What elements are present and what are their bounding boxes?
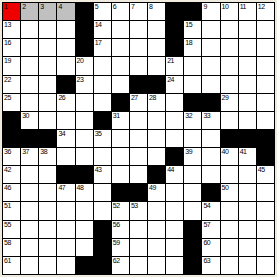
clue-number: 5: [95, 3, 98, 11]
grid-cell[interactable]: [76, 202, 93, 219]
clue-number: 6: [113, 3, 116, 11]
grid-cell[interactable]: 56: [112, 221, 129, 238]
black-cell: [166, 39, 183, 56]
grid-cell[interactable]: [257, 184, 274, 201]
grid-cell[interactable]: [57, 239, 74, 256]
grid-cell[interactable]: [166, 112, 183, 129]
clue-number: 42: [4, 166, 11, 174]
clue-number: 17: [95, 39, 102, 47]
grid-cell[interactable]: [239, 166, 256, 183]
grid-cell[interactable]: 6: [112, 3, 129, 20]
black-cell: [94, 112, 111, 129]
grid-cell[interactable]: [21, 39, 38, 56]
black-cell: [57, 166, 74, 183]
grid-cell[interactable]: [21, 184, 38, 201]
black-cell: [57, 76, 74, 93]
black-cell: [39, 130, 56, 147]
clue-number: 47: [58, 184, 65, 192]
clue-number: 29: [222, 94, 229, 102]
grid-cell[interactable]: [166, 130, 183, 147]
grid-cell[interactable]: [166, 184, 183, 201]
clue-number: 21: [167, 57, 174, 65]
grid-cell[interactable]: [130, 39, 147, 56]
black-cell: [184, 257, 201, 274]
grid-cell[interactable]: 7: [130, 3, 147, 20]
grid-cell[interactable]: 49: [148, 184, 165, 201]
grid-cell[interactable]: 40: [221, 148, 238, 165]
black-cell: [184, 3, 201, 20]
grid-cell[interactable]: [21, 94, 38, 111]
clue-number: 41: [240, 148, 247, 156]
grid-cell[interactable]: 36: [3, 148, 20, 165]
clue-number: 34: [58, 130, 65, 138]
clue-number: 31: [113, 112, 120, 120]
clue-number: 56: [113, 221, 120, 229]
black-cell: [3, 130, 20, 147]
grid-cell[interactable]: [148, 112, 165, 129]
grid-cell[interactable]: [148, 202, 165, 219]
grid-cell[interactable]: [39, 76, 56, 93]
clue-number: 45: [258, 166, 265, 174]
clue-number: 58: [4, 239, 11, 247]
grid-cell[interactable]: [21, 221, 38, 238]
grid-cell[interactable]: 46: [3, 184, 20, 201]
grid-cell[interactable]: [21, 239, 38, 256]
grid-cell[interactable]: [166, 221, 183, 238]
grid-cell[interactable]: 22: [3, 76, 20, 93]
grid-cell[interactable]: [76, 112, 93, 129]
grid-cell[interactable]: [130, 239, 147, 256]
grid-cell[interactable]: 24: [166, 76, 183, 93]
clue-number: 23: [77, 76, 84, 84]
grid-cell[interactable]: 19: [3, 57, 20, 74]
grid-cell[interactable]: [21, 57, 38, 74]
clue-number: 46: [4, 184, 11, 192]
grid-cell[interactable]: [257, 94, 274, 111]
grid-cell[interactable]: [166, 239, 183, 256]
grid-cell[interactable]: 31: [112, 112, 129, 129]
black-cell: [76, 21, 93, 38]
clue-number: 18: [185, 39, 192, 47]
grid-cell[interactable]: [39, 94, 56, 111]
grid-cell[interactable]: [239, 94, 256, 111]
grid-cell[interactable]: 11: [239, 3, 256, 20]
grid-cell[interactable]: 43: [94, 166, 111, 183]
black-cell: [112, 94, 129, 111]
grid-cell[interactable]: [257, 239, 274, 256]
clue-number: 9: [203, 3, 206, 11]
clue-number: 24: [167, 76, 174, 84]
grid-cell[interactable]: [57, 148, 74, 165]
clue-number: 27: [131, 94, 138, 102]
grid-cell[interactable]: [39, 202, 56, 219]
clue-number: 37: [22, 148, 29, 156]
clue-number: 10: [222, 3, 229, 11]
grid-cell[interactable]: [166, 94, 183, 111]
clue-number: 19: [4, 57, 11, 65]
grid-cell[interactable]: 44: [166, 166, 183, 183]
grid-cell[interactable]: [148, 257, 165, 274]
clue-number: 11: [240, 3, 246, 11]
grid-cell[interactable]: [130, 257, 147, 274]
grid-cell[interactable]: 45: [257, 166, 274, 183]
clue-number: 7: [131, 3, 134, 11]
grid-cell[interactable]: [39, 166, 56, 183]
clue-number: 20: [77, 57, 84, 65]
grid-cell[interactable]: [221, 257, 238, 274]
grid-cell[interactable]: [202, 130, 219, 147]
black-cell: [166, 148, 183, 165]
grid-cell[interactable]: [57, 57, 74, 74]
grid-cell[interactable]: 26: [57, 94, 74, 111]
grid-cell[interactable]: 5: [94, 3, 111, 20]
grid-cell[interactable]: [130, 221, 147, 238]
grid-cell[interactable]: [130, 148, 147, 165]
grid-cell[interactable]: [112, 166, 129, 183]
clue-number: 26: [58, 94, 65, 102]
grid-cell[interactable]: [184, 184, 201, 201]
grid-cell[interactable]: [202, 39, 219, 56]
grid-cell[interactable]: [184, 130, 201, 147]
clue-number: 63: [203, 257, 210, 265]
grid-cell[interactable]: [39, 57, 56, 74]
grid-cell[interactable]: [94, 94, 111, 111]
grid-cell[interactable]: 32: [184, 112, 201, 129]
grid-cell[interactable]: 10: [221, 3, 238, 20]
grid-cell[interactable]: 58: [3, 239, 20, 256]
clue-number: 32: [185, 112, 192, 120]
grid-cell[interactable]: [221, 76, 238, 93]
grid-cell[interactable]: [202, 166, 219, 183]
grid-cell[interactable]: 28: [148, 94, 165, 111]
grid-cell[interactable]: [94, 148, 111, 165]
grid-cell[interactable]: [39, 39, 56, 56]
highlighted-cell[interactable]: 2: [21, 3, 38, 20]
black-cell: [184, 239, 201, 256]
grid-cell[interactable]: 52: [112, 202, 129, 219]
grid-cell[interactable]: [76, 130, 93, 147]
grid-cell[interactable]: [21, 21, 38, 38]
grid-cell[interactable]: [239, 112, 256, 129]
clue-number: 4: [58, 3, 61, 11]
grid-cell[interactable]: 39: [184, 148, 201, 165]
grid-cell[interactable]: 12: [257, 3, 274, 20]
clue-number: 40: [222, 148, 229, 156]
grid-cell[interactable]: [57, 112, 74, 129]
grid-cell[interactable]: 42: [3, 166, 20, 183]
grid-cell[interactable]: [94, 57, 111, 74]
grid-cell[interactable]: [221, 202, 238, 219]
grid-cell[interactable]: 60: [202, 239, 219, 256]
grid-cell[interactable]: [57, 39, 74, 56]
grid-cell[interactable]: [57, 21, 74, 38]
grid-cell[interactable]: [112, 148, 129, 165]
black-cell: [148, 76, 165, 93]
grid-cell[interactable]: [112, 57, 129, 74]
grid-cell[interactable]: [57, 202, 74, 219]
clue-number: 22: [4, 76, 11, 84]
grid-cell[interactable]: [112, 76, 129, 93]
black-cell: [76, 166, 93, 183]
clue-number: 57: [203, 221, 210, 229]
grid-cell[interactable]: [39, 239, 56, 256]
crossword-grid: 1234567891011121314151617181920212223242…: [2, 2, 275, 275]
grid-cell[interactable]: [148, 239, 165, 256]
clue-number: 54: [203, 202, 210, 210]
grid-cell[interactable]: 29: [221, 94, 238, 111]
black-cell: [21, 130, 38, 147]
black-cell: [94, 221, 111, 238]
clue-number: 51: [4, 202, 11, 210]
black-cell: [76, 39, 93, 56]
grid-cell[interactable]: 38: [39, 148, 56, 165]
grid-cell[interactable]: [239, 202, 256, 219]
clue-number: 15: [185, 21, 192, 29]
grid-cell[interactable]: [239, 184, 256, 201]
grid-cell[interactable]: 21: [166, 57, 183, 74]
clue-number: 35: [95, 130, 102, 138]
grid-cell[interactable]: [257, 112, 274, 129]
grid-cell[interactable]: [184, 57, 201, 74]
black-cell: [184, 94, 201, 111]
clue-number: 1: [4, 3, 7, 11]
grid-cell[interactable]: [166, 257, 183, 274]
grid-cell[interactable]: [257, 257, 274, 274]
black-cell: [112, 184, 129, 201]
grid-cell[interactable]: 16: [3, 39, 20, 56]
grid-cell[interactable]: [221, 57, 238, 74]
grid-cell[interactable]: [221, 21, 238, 38]
grid-cell[interactable]: 17: [94, 39, 111, 56]
black-cell: [76, 3, 93, 20]
clue-number: 49: [149, 184, 156, 192]
grid-cell[interactable]: 62: [112, 257, 129, 274]
clue-number: 44: [167, 166, 174, 174]
clue-number: 43: [95, 166, 102, 174]
clue-number: 38: [40, 148, 47, 156]
grid-cell[interactable]: [202, 21, 219, 38]
clue-number: 28: [149, 94, 156, 102]
black-cell: [184, 221, 201, 238]
grid-cell[interactable]: [21, 76, 38, 93]
grid-cell[interactable]: [239, 21, 256, 38]
grid-cell[interactable]: 35: [94, 130, 111, 147]
grid-cell[interactable]: [21, 257, 38, 274]
clue-number: 33: [203, 112, 210, 120]
grid-cell[interactable]: [130, 112, 147, 129]
clue-number: 14: [95, 21, 102, 29]
black-cell: [148, 166, 165, 183]
grid-cell[interactable]: 9: [202, 3, 219, 20]
grid-cell[interactable]: [130, 57, 147, 74]
black-cell: [166, 21, 183, 38]
grid-cell[interactable]: [221, 39, 238, 56]
grid-cell[interactable]: 30: [21, 112, 38, 129]
grid-cell[interactable]: [39, 184, 56, 201]
grid-cell[interactable]: 27: [130, 94, 147, 111]
grid-cell[interactable]: 14: [94, 21, 111, 38]
grid-cell[interactable]: [221, 221, 238, 238]
grid-cell[interactable]: 37: [21, 148, 38, 165]
clue-number: 39: [185, 148, 192, 156]
highlighted-cell[interactable]: 3: [39, 3, 56, 20]
grid-cell[interactable]: [39, 257, 56, 274]
black-cell: [257, 130, 274, 147]
grid-cell[interactable]: 8: [148, 3, 165, 20]
grid-cell[interactable]: 33: [202, 112, 219, 129]
clue-number: 61: [4, 257, 11, 265]
grid-cell[interactable]: 23: [76, 76, 93, 93]
grid-cell[interactable]: 61: [3, 257, 20, 274]
grid-cell[interactable]: [57, 221, 74, 238]
grid-cell[interactable]: [257, 57, 274, 74]
grid-cell[interactable]: [239, 239, 256, 256]
grid-cell[interactable]: [148, 130, 165, 147]
clue-number: 62: [113, 257, 120, 265]
grid-cell[interactable]: [239, 39, 256, 56]
selected-cell[interactable]: 1: [3, 3, 20, 20]
grid-cell[interactable]: [184, 202, 201, 219]
grid-cell[interactable]: [148, 221, 165, 238]
clue-number: 2: [22, 3, 25, 11]
grid-cell[interactable]: [257, 202, 274, 219]
black-cell: [130, 76, 147, 93]
grid-cell[interactable]: [76, 221, 93, 238]
clue-number: 25: [4, 94, 11, 102]
grid-cell[interactable]: [221, 239, 238, 256]
grid-cell[interactable]: 59: [112, 239, 129, 256]
grid-cell[interactable]: [112, 39, 129, 56]
grid-cell[interactable]: [130, 130, 147, 147]
grid-cell[interactable]: 54: [202, 202, 219, 219]
grid-cell[interactable]: [39, 21, 56, 38]
grid-cell[interactable]: [76, 94, 93, 111]
grid-cell[interactable]: [21, 166, 38, 183]
grid-cell[interactable]: [76, 148, 93, 165]
grid-cell[interactable]: 50: [221, 184, 238, 201]
clue-number: 53: [131, 202, 138, 210]
grid-cell[interactable]: [57, 257, 74, 274]
clue-number: 36: [4, 148, 11, 156]
clue-number: 16: [4, 39, 11, 47]
grid-cell[interactable]: [148, 21, 165, 38]
grid-cell[interactable]: [257, 76, 274, 93]
grid-cell[interactable]: [112, 21, 129, 38]
grid-cell[interactable]: [202, 57, 219, 74]
grid-cell[interactable]: [21, 202, 38, 219]
grid-cell[interactable]: [76, 239, 93, 256]
grid-cell[interactable]: 15: [184, 21, 201, 38]
grid-cell[interactable]: [148, 148, 165, 165]
black-cell: [76, 257, 93, 274]
grid-cell[interactable]: [202, 148, 219, 165]
black-cell: [3, 112, 20, 129]
clue-number: 30: [22, 112, 29, 120]
clue-number: 3: [40, 3, 43, 11]
black-cell: [166, 3, 183, 20]
grid-cell[interactable]: 48: [76, 184, 93, 201]
grid-cell[interactable]: [94, 202, 111, 219]
grid-cell[interactable]: [257, 39, 274, 56]
grid-cell[interactable]: 13: [3, 21, 20, 38]
grid-cell[interactable]: 34: [57, 130, 74, 147]
grid-cell[interactable]: [39, 112, 56, 129]
clue-number: 52: [113, 202, 120, 210]
grid-cell[interactable]: [166, 202, 183, 219]
grid-cell[interactable]: [239, 57, 256, 74]
grid-cell[interactable]: [148, 57, 165, 74]
clue-number: 55: [4, 221, 11, 229]
black-cell: [130, 184, 147, 201]
clue-number: 48: [77, 184, 84, 192]
clue-number: 60: [203, 239, 210, 247]
grid-cell[interactable]: [239, 76, 256, 93]
grid-cell[interactable]: 57: [202, 221, 219, 238]
grid-cell[interactable]: [202, 76, 219, 93]
grid-cell[interactable]: 41: [239, 148, 256, 165]
clue-number: 8: [149, 3, 152, 11]
clue-number: 13: [4, 21, 11, 29]
grid-cell[interactable]: 47: [57, 184, 74, 201]
grid-cell[interactable]: [39, 221, 56, 238]
clue-number: 12: [258, 3, 265, 11]
grid-cell[interactable]: [221, 112, 238, 129]
grid-cell[interactable]: 55: [3, 221, 20, 238]
grid-cell[interactable]: [130, 166, 147, 183]
grid-cell[interactable]: [239, 221, 256, 238]
grid-cell[interactable]: 20: [76, 57, 93, 74]
clue-number: 59: [113, 239, 120, 247]
clue-number: 50: [222, 184, 229, 192]
grid-cell[interactable]: [94, 76, 111, 93]
grid-cell[interactable]: [221, 166, 238, 183]
grid-cell[interactable]: [130, 21, 147, 38]
grid-cell[interactable]: [257, 221, 274, 238]
grid-cell[interactable]: 25: [3, 94, 20, 111]
grid-cell[interactable]: [112, 130, 129, 147]
grid-cell[interactable]: 51: [3, 202, 20, 219]
grid-cell[interactable]: [184, 166, 201, 183]
grid-cell[interactable]: [239, 257, 256, 274]
black-cell: [202, 184, 219, 201]
grid-cell[interactable]: [257, 21, 274, 38]
black-cell: [257, 148, 274, 165]
black-cell: [202, 94, 219, 111]
grid-cell[interactable]: 18: [184, 39, 201, 56]
black-cell: [239, 130, 256, 147]
grid-cell[interactable]: 63: [202, 257, 219, 274]
grid-cell[interactable]: 53: [130, 202, 147, 219]
grid-cell[interactable]: [94, 184, 111, 201]
grid-cell[interactable]: [148, 39, 165, 56]
highlighted-cell[interactable]: 4: [57, 3, 74, 20]
black-cell: [221, 130, 238, 147]
grid-cell[interactable]: [184, 76, 201, 93]
black-cell: [94, 239, 111, 256]
black-cell: [94, 257, 111, 274]
